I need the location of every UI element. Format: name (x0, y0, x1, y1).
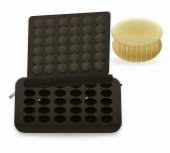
piston (33, 28, 43, 38)
piston (82, 43, 92, 53)
mold-cavity (39, 98, 51, 106)
piston (58, 27, 68, 37)
mold-cavity (85, 98, 97, 106)
piston (94, 52, 104, 62)
mold-cavity (23, 115, 35, 123)
mold-cavity (23, 106, 35, 114)
mold-cavity (101, 106, 113, 114)
tartlet-shell (110, 18, 164, 64)
mold-cavity (70, 106, 82, 114)
mold-cavity (70, 115, 82, 123)
piston (45, 46, 55, 56)
upper-piston-plate (27, 11, 111, 80)
reflection-speck (38, 99, 40, 101)
piston (57, 63, 67, 73)
mold-cavity (85, 106, 97, 114)
mold-cavity (54, 115, 66, 123)
piston-grid (31, 16, 106, 75)
mold-cavity (39, 115, 51, 123)
piston (70, 53, 80, 63)
piston (95, 25, 105, 35)
photo-stage (0, 0, 170, 153)
mold-cavity (39, 106, 51, 114)
reflection-speck (86, 97, 88, 99)
piston (33, 46, 43, 56)
mold-cavity (85, 115, 97, 123)
piston (32, 65, 42, 75)
mold-cavity (54, 90, 66, 98)
piston (33, 55, 43, 65)
mold-cavity (23, 98, 35, 106)
piston (58, 18, 68, 28)
piston (45, 55, 55, 65)
piston (70, 35, 80, 45)
piston (83, 25, 93, 35)
piston (70, 26, 80, 36)
piston (34, 19, 44, 29)
mold-cavity (54, 98, 66, 106)
tartlet-top-rim (111, 18, 163, 46)
piston (58, 36, 68, 46)
piston (82, 62, 92, 72)
piston (45, 37, 55, 47)
piston (82, 34, 92, 44)
mold-cavity (54, 106, 66, 114)
piston (46, 28, 56, 38)
piston (57, 45, 67, 55)
piston (95, 16, 105, 26)
mold-cavity (101, 115, 113, 123)
piston (33, 37, 43, 47)
mold-cavity (100, 90, 112, 98)
mold-cavity (70, 98, 82, 106)
mold-cavity (70, 90, 82, 98)
mold-cavity (39, 90, 51, 98)
piston (46, 19, 56, 29)
mold-cavity (101, 98, 113, 106)
piston (57, 54, 67, 64)
piston (82, 52, 92, 62)
piston (69, 62, 79, 72)
piston (94, 61, 104, 71)
piston (70, 44, 80, 54)
piston (45, 64, 55, 74)
piston (70, 17, 80, 27)
piston (95, 34, 105, 44)
piston (94, 43, 104, 53)
mold-cavity (24, 90, 36, 98)
piston (83, 16, 93, 26)
